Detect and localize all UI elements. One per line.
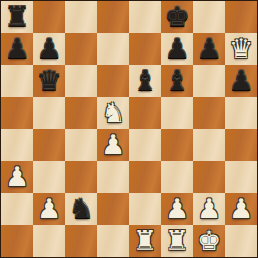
square-h1[interactable]	[225, 225, 257, 257]
square-h2[interactable]: ♟	[225, 193, 257, 225]
square-b6[interactable]: ♛	[33, 65, 65, 97]
square-d1[interactable]	[97, 225, 129, 257]
square-g1[interactable]: ♚	[193, 225, 225, 257]
square-c6[interactable]	[65, 65, 97, 97]
square-d7[interactable]	[97, 33, 129, 65]
white-pawn[interactable]: ♟	[197, 193, 221, 225]
square-e2[interactable]	[129, 193, 161, 225]
square-f8[interactable]: ♚	[161, 1, 193, 33]
square-d4[interactable]: ♟	[97, 129, 129, 161]
square-g3[interactable]	[193, 161, 225, 193]
square-e6[interactable]: ♝	[129, 65, 161, 97]
black-rook[interactable]: ♜	[5, 1, 29, 33]
square-d5[interactable]: ♞	[97, 97, 129, 129]
black-pawn[interactable]: ♟	[5, 33, 29, 65]
square-f7[interactable]: ♟	[161, 33, 193, 65]
square-h7[interactable]: ♛	[225, 33, 257, 65]
black-knight[interactable]: ♞	[69, 193, 93, 225]
square-g6[interactable]	[193, 65, 225, 97]
square-c7[interactable]	[65, 33, 97, 65]
white-pawn[interactable]: ♟	[5, 161, 29, 193]
white-king[interactable]: ♚	[197, 225, 221, 257]
square-a5[interactable]	[1, 97, 33, 129]
square-c2[interactable]: ♞	[65, 193, 97, 225]
square-f1[interactable]: ♜	[161, 225, 193, 257]
white-pawn[interactable]: ♟	[37, 193, 61, 225]
square-d2[interactable]	[97, 193, 129, 225]
white-rook[interactable]: ♜	[133, 225, 157, 257]
square-a4[interactable]	[1, 129, 33, 161]
square-f2[interactable]: ♟	[161, 193, 193, 225]
black-pawn[interactable]: ♟	[165, 33, 189, 65]
square-a8[interactable]: ♜	[1, 1, 33, 33]
square-f5[interactable]	[161, 97, 193, 129]
square-h5[interactable]	[225, 97, 257, 129]
chess-board: ♜♚♟♟♟♟♛♛♝♝♟♞♟♟♟♞♟♟♟♜♜♚	[1, 1, 257, 257]
square-e4[interactable]	[129, 129, 161, 161]
square-c8[interactable]	[65, 1, 97, 33]
black-pawn[interactable]: ♟	[37, 33, 61, 65]
square-f4[interactable]	[161, 129, 193, 161]
square-e8[interactable]	[129, 1, 161, 33]
black-queen[interactable]: ♛	[37, 65, 61, 97]
square-b8[interactable]	[33, 1, 65, 33]
square-b1[interactable]	[33, 225, 65, 257]
square-a1[interactable]	[1, 225, 33, 257]
square-a7[interactable]: ♟	[1, 33, 33, 65]
black-king[interactable]: ♚	[165, 1, 189, 33]
square-c3[interactable]	[65, 161, 97, 193]
square-b3[interactable]	[33, 161, 65, 193]
board-frame: ♜♚♟♟♟♟♛♛♝♝♟♞♟♟♟♞♟♟♟♜♜♚	[0, 0, 258, 258]
square-e1[interactable]: ♜	[129, 225, 161, 257]
square-f3[interactable]	[161, 161, 193, 193]
square-e5[interactable]	[129, 97, 161, 129]
square-g4[interactable]	[193, 129, 225, 161]
white-knight[interactable]: ♞	[101, 97, 125, 129]
square-g8[interactable]	[193, 1, 225, 33]
square-g7[interactable]: ♟	[193, 33, 225, 65]
black-bishop[interactable]: ♝	[165, 65, 189, 97]
black-pawn[interactable]: ♟	[197, 33, 221, 65]
square-d8[interactable]	[97, 1, 129, 33]
square-d3[interactable]	[97, 161, 129, 193]
square-b4[interactable]	[33, 129, 65, 161]
square-g2[interactable]: ♟	[193, 193, 225, 225]
square-e7[interactable]	[129, 33, 161, 65]
black-bishop[interactable]: ♝	[133, 65, 157, 97]
white-pawn[interactable]: ♟	[101, 129, 125, 161]
square-d6[interactable]	[97, 65, 129, 97]
black-pawn[interactable]: ♟	[229, 65, 253, 97]
white-pawn[interactable]: ♟	[229, 193, 253, 225]
square-h6[interactable]: ♟	[225, 65, 257, 97]
square-b7[interactable]: ♟	[33, 33, 65, 65]
square-b2[interactable]: ♟	[33, 193, 65, 225]
square-c4[interactable]	[65, 129, 97, 161]
square-a3[interactable]: ♟	[1, 161, 33, 193]
square-c1[interactable]	[65, 225, 97, 257]
square-a6[interactable]	[1, 65, 33, 97]
white-queen[interactable]: ♛	[229, 33, 253, 65]
square-h8[interactable]	[225, 1, 257, 33]
white-rook[interactable]: ♜	[165, 225, 189, 257]
square-b5[interactable]	[33, 97, 65, 129]
square-a2[interactable]	[1, 193, 33, 225]
square-f6[interactable]: ♝	[161, 65, 193, 97]
square-h3[interactable]	[225, 161, 257, 193]
white-pawn[interactable]: ♟	[165, 193, 189, 225]
square-e3[interactable]	[129, 161, 161, 193]
square-g5[interactable]	[193, 97, 225, 129]
square-c5[interactable]	[65, 97, 97, 129]
square-h4[interactable]	[225, 129, 257, 161]
